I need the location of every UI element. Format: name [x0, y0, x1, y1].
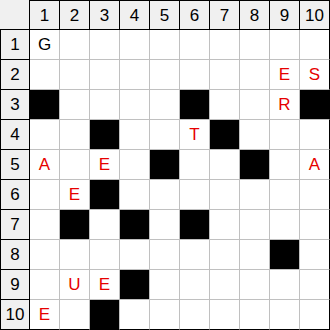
- cell-r6c10[interactable]: [300, 180, 330, 210]
- cell-r5c1[interactable]: A: [30, 150, 60, 180]
- cell-r7c8[interactable]: [240, 210, 270, 240]
- cell-r10c1[interactable]: E: [30, 300, 60, 330]
- cell-r8c6[interactable]: [180, 240, 210, 270]
- letter-r9c2: U: [68, 276, 80, 293]
- cell-r4c9[interactable]: [270, 120, 300, 150]
- cell-r2c4[interactable]: [120, 60, 150, 90]
- cell-r1c4[interactable]: [120, 30, 150, 60]
- block-r3c10: [300, 90, 330, 120]
- row-header-3: 3: [0, 90, 30, 120]
- cell-r5c4[interactable]: [120, 150, 150, 180]
- cell-r7c10[interactable]: [300, 210, 330, 240]
- cell-r10c9[interactable]: [270, 300, 300, 330]
- cell-r3c8[interactable]: [240, 90, 270, 120]
- col-header-8: 8: [240, 0, 270, 30]
- row-header-4: 4: [0, 120, 30, 150]
- cell-r8c3[interactable]: [90, 240, 120, 270]
- block-r5c5: [150, 150, 180, 180]
- cell-r10c10[interactable]: [300, 300, 330, 330]
- cell-r7c1[interactable]: [30, 210, 60, 240]
- cell-r2c5[interactable]: [150, 60, 180, 90]
- cell-r1c2[interactable]: [60, 30, 90, 60]
- letter-r5c3: E: [99, 156, 110, 173]
- cell-r1c5[interactable]: [150, 30, 180, 60]
- cell-r3c9[interactable]: R: [270, 90, 300, 120]
- cell-r10c5[interactable]: [150, 300, 180, 330]
- cell-r8c2[interactable]: [60, 240, 90, 270]
- cell-r9c2[interactable]: U: [60, 270, 90, 300]
- col-header-5: 5: [150, 0, 180, 30]
- cell-r1c9[interactable]: [270, 30, 300, 60]
- letter-r10c1: E: [39, 306, 50, 323]
- letter-r5c1: A: [39, 156, 50, 173]
- cell-r3c5[interactable]: [150, 90, 180, 120]
- col-header-7: 7: [210, 0, 240, 30]
- cell-r4c4[interactable]: [120, 120, 150, 150]
- cell-r10c4[interactable]: [120, 300, 150, 330]
- cell-r2c9[interactable]: E: [270, 60, 300, 90]
- block-r7c6: [180, 210, 210, 240]
- cell-r7c3[interactable]: [90, 210, 120, 240]
- row-header-5: 5: [0, 150, 30, 180]
- corner-header: [0, 0, 30, 30]
- cell-r8c8[interactable]: [240, 240, 270, 270]
- block-r8c9: [270, 240, 300, 270]
- row-header-2: 2: [0, 60, 30, 90]
- cell-r4c2[interactable]: [60, 120, 90, 150]
- cell-r4c6[interactable]: T: [180, 120, 210, 150]
- cell-r9c5[interactable]: [150, 270, 180, 300]
- block-r6c3: [90, 180, 120, 210]
- cell-r4c8[interactable]: [240, 120, 270, 150]
- cell-r6c2[interactable]: E: [60, 180, 90, 210]
- cell-r6c7[interactable]: [210, 180, 240, 210]
- block-r4c3: [90, 120, 120, 150]
- col-header-4: 4: [120, 0, 150, 30]
- letter-r6c2: E: [69, 186, 80, 203]
- cell-r2c8[interactable]: [240, 60, 270, 90]
- cell-r4c1[interactable]: [30, 120, 60, 150]
- row-header-7: 7: [0, 210, 30, 240]
- letter-r2c9: E: [279, 66, 290, 83]
- cell-r10c7[interactable]: [210, 300, 240, 330]
- block-r9c4: [120, 270, 150, 300]
- cell-r5c3[interactable]: E: [90, 150, 120, 180]
- cell-r2c3[interactable]: [90, 60, 120, 90]
- cell-r1c3[interactable]: [90, 30, 120, 60]
- cell-r8c4[interactable]: [120, 240, 150, 270]
- cell-r1c6[interactable]: [180, 30, 210, 60]
- cell-r6c1[interactable]: [30, 180, 60, 210]
- cell-r10c2[interactable]: [60, 300, 90, 330]
- cell-r10c8[interactable]: [240, 300, 270, 330]
- cell-r9c7[interactable]: [210, 270, 240, 300]
- cell-r2c1[interactable]: [30, 60, 60, 90]
- row-header-1: 1: [0, 30, 30, 60]
- col-header-6: 6: [180, 0, 210, 30]
- cell-r8c10[interactable]: [300, 240, 330, 270]
- cell-r6c9[interactable]: [270, 180, 300, 210]
- col-header-10: 10: [300, 0, 330, 30]
- cell-r6c5[interactable]: [150, 180, 180, 210]
- cell-r9c10[interactable]: [300, 270, 330, 300]
- block-r7c4: [120, 210, 150, 240]
- cell-r10c6[interactable]: [180, 300, 210, 330]
- cell-r5c10[interactable]: A: [300, 150, 330, 180]
- crossword-board: 123456789101G2ES3R4T5AEA6E789UE10E: [0, 0, 330, 330]
- cell-r6c8[interactable]: [240, 180, 270, 210]
- cell-r9c1[interactable]: [30, 270, 60, 300]
- cell-r8c7[interactable]: [210, 240, 240, 270]
- block-r4c7: [210, 120, 240, 150]
- cell-r6c6[interactable]: [180, 180, 210, 210]
- letter-r1c1: G: [38, 36, 51, 53]
- cell-r2c6[interactable]: [180, 60, 210, 90]
- row-header-6: 6: [0, 180, 30, 210]
- cell-r6c4[interactable]: [120, 180, 150, 210]
- cell-r9c8[interactable]: [240, 270, 270, 300]
- letter-r2c10: S: [309, 66, 320, 83]
- col-header-9: 9: [270, 0, 300, 30]
- cell-r2c2[interactable]: [60, 60, 90, 90]
- letter-r4c6: T: [189, 126, 199, 143]
- cell-r8c5[interactable]: [150, 240, 180, 270]
- col-header-2: 2: [60, 0, 90, 30]
- row-header-8: 8: [0, 240, 30, 270]
- cell-r3c7[interactable]: [210, 90, 240, 120]
- row-header-10: 10: [0, 300, 30, 330]
- cell-r9c3[interactable]: E: [90, 270, 120, 300]
- cell-r1c1[interactable]: G: [30, 30, 60, 60]
- block-r3c1: [30, 90, 60, 120]
- cell-r1c7[interactable]: [210, 30, 240, 60]
- letter-r3c9: R: [278, 96, 290, 113]
- block-r5c8: [240, 150, 270, 180]
- cell-r4c10[interactable]: [300, 120, 330, 150]
- block-r7c2: [60, 210, 90, 240]
- letter-r5c10: A: [309, 156, 320, 173]
- cell-r8c1[interactable]: [30, 240, 60, 270]
- cell-r3c2[interactable]: [60, 90, 90, 120]
- cell-r5c7[interactable]: [210, 150, 240, 180]
- cell-r1c10[interactable]: [300, 30, 330, 60]
- cell-r1c8[interactable]: [240, 30, 270, 60]
- cell-r5c9[interactable]: [270, 150, 300, 180]
- cell-r3c3[interactable]: [90, 90, 120, 120]
- cell-r2c10[interactable]: S: [300, 60, 330, 90]
- cell-r5c2[interactable]: [60, 150, 90, 180]
- cell-r7c7[interactable]: [210, 210, 240, 240]
- col-header-1: 1: [30, 0, 60, 30]
- cell-r4c5[interactable]: [150, 120, 180, 150]
- cell-r5c6[interactable]: [180, 150, 210, 180]
- col-header-3: 3: [90, 0, 120, 30]
- cell-r7c5[interactable]: [150, 210, 180, 240]
- cell-r2c7[interactable]: [210, 60, 240, 90]
- letter-r9c3: E: [99, 276, 110, 293]
- cell-r9c9[interactable]: [270, 270, 300, 300]
- cell-r7c9[interactable]: [270, 210, 300, 240]
- cell-r3c4[interactable]: [120, 90, 150, 120]
- block-r3c6: [180, 90, 210, 120]
- cell-r9c6[interactable]: [180, 270, 210, 300]
- row-header-9: 9: [0, 270, 30, 300]
- block-r10c3: [90, 300, 120, 330]
